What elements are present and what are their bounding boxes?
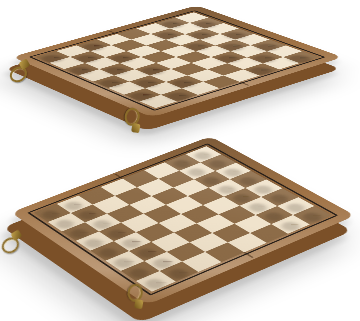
chess-board: ♜♞♝♚♛♝♞♜♟♟♟♟♟♟♟♟♟♟♟♟♟♟♟♟♜♞♝♚♛♝♞♜	[11, 136, 355, 305]
chess-piece-light-pawn: ♟	[190, 153, 205, 172]
chess-piece-light-pawn: ♟	[176, 146, 190, 164]
chess-piece-light-pawn: ♟	[204, 160, 219, 180]
chess-pieces-layer: ♜♞♝♚♛♝♞♜♟♟♟♟♟♟♟♟♟♟♟♟♟♟♟♟♜♞♝♚♛♝♞♜	[34, 146, 331, 291]
chess-piece-dark-rook: ♜	[140, 243, 172, 283]
chess-board-scene: ♜♞♝♚♛♝♞♜♟♟♟♟♟♟♟♟♟♟♟♟♟♟♟♟♜♞♝♚♛♝♞♜	[0, 0, 360, 321]
chess-piece-light-rook: ♜	[301, 186, 324, 216]
product-photo: ♜♞♝♚♛♝♞♜♟♟♟♟♟♟♟♟♟♟♟♟♟♟♟♟♜♞♝♚♛♝♞♜	[0, 0, 360, 321]
chess-piece-light-pawn: ♟	[281, 200, 301, 226]
